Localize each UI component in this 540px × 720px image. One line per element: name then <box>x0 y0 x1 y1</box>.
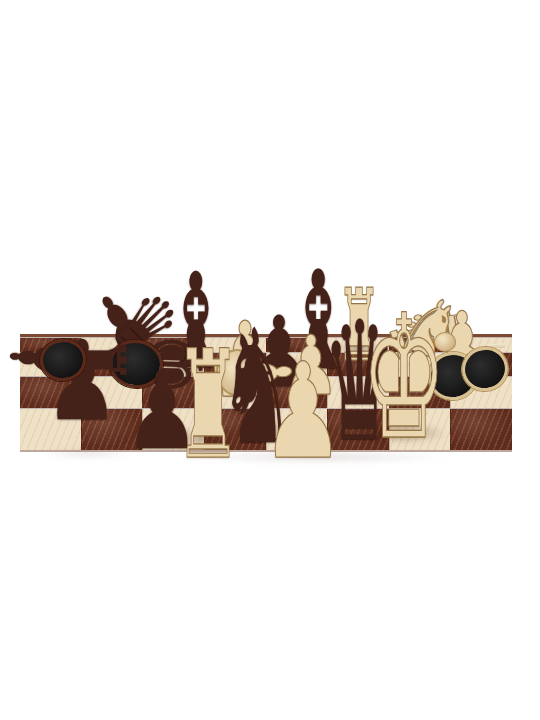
light-king-standing: ♚ <box>357 292 452 464</box>
dark-square <box>450 409 512 450</box>
dark-pawn-standing-front-left: ♟ <box>120 357 204 465</box>
product-photo-chess-set: ♝♝♜♟♟♟♟♟♟♛♚♜♝♜♛♞♟♜♟♞♟♛♚ <box>0 0 540 720</box>
